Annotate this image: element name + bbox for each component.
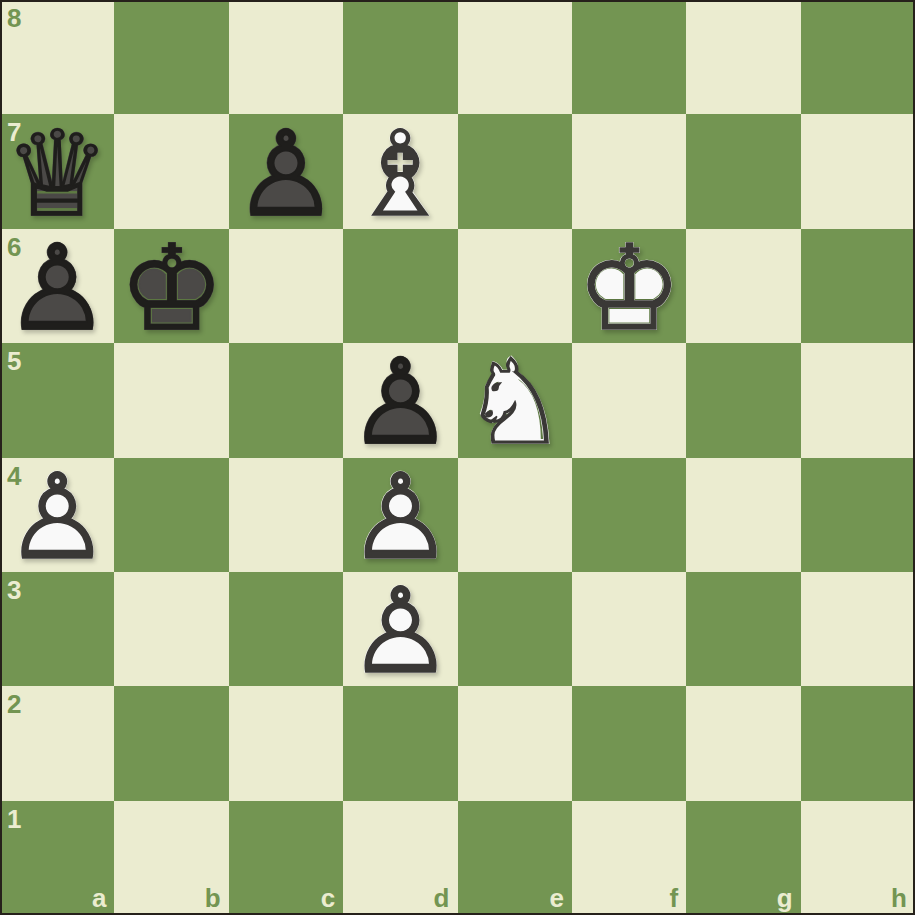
rank-label-1: 1 [7,806,21,832]
square-d4[interactable]: ♟♙ [343,458,457,572]
square-d7[interactable]: ♝♗ [343,114,457,228]
square-a5[interactable]: 5 [0,343,114,457]
square-e7[interactable] [458,114,572,228]
square-a8[interactable]: 8 [0,0,114,114]
square-b7[interactable] [114,114,228,228]
square-g7[interactable] [686,114,800,228]
square-f5[interactable] [572,343,686,457]
square-d5[interactable]: ♟♙ [343,343,457,457]
square-h4[interactable] [801,458,915,572]
square-g3[interactable] [686,572,800,686]
file-label-h: h [891,885,907,911]
file-label-e: e [549,885,563,911]
square-d8[interactable] [343,0,457,114]
file-label-g: g [777,885,793,911]
square-h2[interactable] [801,686,915,800]
square-g6[interactable] [686,229,800,343]
square-f8[interactable] [572,0,686,114]
board-grid: 87♛♕♟♙♝♗6♟♙♚♔♚♔5♟♙♞♘4♟♙♟♙3♟♙21abcdefgh [0,0,915,915]
square-f4[interactable] [572,458,686,572]
square-g1[interactable]: g [686,801,800,915]
square-a1[interactable]: 1a [0,801,114,915]
white-pawn-outline-glyph: ♙ [343,460,457,574]
square-h7[interactable] [801,114,915,228]
square-b3[interactable] [114,572,228,686]
white-bishop-outline-glyph: ♗ [343,116,457,230]
square-a6[interactable]: 6♟♙ [0,229,114,343]
white-pawn-outline-glyph: ♙ [343,574,457,688]
piece-white-bishop[interactable]: ♝♗ [343,114,457,228]
piece-white-knight[interactable]: ♞♘ [458,343,572,457]
square-b4[interactable] [114,458,228,572]
square-h3[interactable] [801,572,915,686]
square-a2[interactable]: 2 [0,686,114,800]
square-g5[interactable] [686,343,800,457]
square-b1[interactable]: b [114,801,228,915]
chess-board: 87♛♕♟♙♝♗6♟♙♚♔♚♔5♟♙♞♘4♟♙♟♙3♟♙21abcdefgh [0,0,915,915]
square-a7[interactable]: 7♛♕ [0,114,114,228]
square-e5[interactable]: ♞♘ [458,343,572,457]
black-king-outline-glyph: ♔ [114,231,228,345]
rank-label-8: 8 [7,5,21,31]
piece-black-pawn[interactable]: ♟♙ [229,114,343,228]
piece-white-pawn[interactable]: ♟♙ [343,458,457,572]
square-c8[interactable] [229,0,343,114]
rank-label-7: 7 [7,119,21,145]
square-h6[interactable] [801,229,915,343]
square-b6[interactable]: ♚♔ [114,229,228,343]
square-e1[interactable]: e [458,801,572,915]
square-b5[interactable] [114,343,228,457]
square-d6[interactable] [343,229,457,343]
square-e3[interactable] [458,572,572,686]
square-f6[interactable]: ♚♔ [572,229,686,343]
square-c3[interactable] [229,572,343,686]
white-king-outline-glyph: ♔ [572,231,686,345]
square-a3[interactable]: 3 [0,572,114,686]
white-knight-outline-glyph: ♘ [458,345,572,459]
rank-label-6: 6 [7,234,21,260]
square-f3[interactable] [572,572,686,686]
square-d1[interactable]: d [343,801,457,915]
square-e8[interactable] [458,0,572,114]
square-g4[interactable] [686,458,800,572]
square-g8[interactable] [686,0,800,114]
square-f1[interactable]: f [572,801,686,915]
square-d3[interactable]: ♟♙ [343,572,457,686]
square-h1[interactable]: h [801,801,915,915]
file-label-d: d [434,885,450,911]
file-label-f: f [670,885,679,911]
square-b8[interactable] [114,0,228,114]
rank-label-5: 5 [7,348,21,374]
square-d2[interactable] [343,686,457,800]
square-c5[interactable] [229,343,343,457]
square-b2[interactable] [114,686,228,800]
square-c6[interactable] [229,229,343,343]
rank-label-2: 2 [7,691,21,717]
square-c2[interactable] [229,686,343,800]
square-c7[interactable]: ♟♙ [229,114,343,228]
piece-black-pawn[interactable]: ♟♙ [343,343,457,457]
square-e4[interactable] [458,458,572,572]
square-f2[interactable] [572,686,686,800]
square-e2[interactable] [458,686,572,800]
square-f7[interactable] [572,114,686,228]
piece-black-king[interactable]: ♚♔ [114,229,228,343]
piece-white-pawn[interactable]: ♟♙ [343,572,457,686]
piece-white-king[interactable]: ♚♔ [572,229,686,343]
square-c1[interactable]: c [229,801,343,915]
file-label-a: a [92,885,106,911]
square-a4[interactable]: 4♟♙ [0,458,114,572]
black-pawn-outline-glyph: ♙ [229,116,343,230]
file-label-c: c [321,885,335,911]
black-pawn-outline-glyph: ♙ [343,345,457,459]
square-e6[interactable] [458,229,572,343]
square-h8[interactable] [801,0,915,114]
square-g2[interactable] [686,686,800,800]
file-label-b: b [205,885,221,911]
rank-label-3: 3 [7,577,21,603]
square-c4[interactable] [229,458,343,572]
square-h5[interactable] [801,343,915,457]
rank-label-4: 4 [7,463,21,489]
